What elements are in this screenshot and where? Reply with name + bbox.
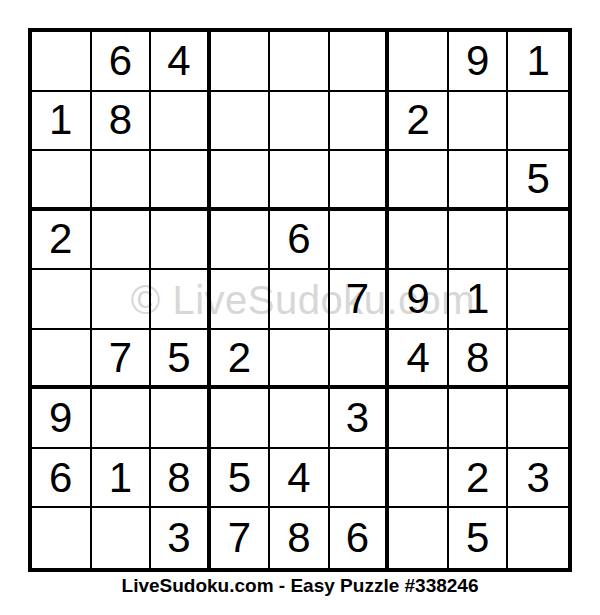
cell-r5c3[interactable]: [151, 270, 211, 330]
cell-r5c5[interactable]: [270, 270, 330, 330]
cell-r2c1[interactable]: 1: [32, 92, 92, 152]
cell-r8c6[interactable]: [330, 449, 390, 509]
cell-r9c3[interactable]: 3: [151, 508, 211, 568]
cell-r8c7[interactable]: [389, 449, 449, 509]
cell-r5c7[interactable]: 9: [389, 270, 449, 330]
cell-r1c6[interactable]: [330, 32, 390, 92]
cell-r9c4[interactable]: 7: [211, 508, 271, 568]
cell-r6c2[interactable]: 7: [92, 330, 152, 390]
cell-r3c8[interactable]: [449, 151, 509, 211]
cell-r1c9[interactable]: 1: [508, 32, 568, 92]
cell-r4c9[interactable]: [508, 211, 568, 271]
cell-r7c1[interactable]: 9: [32, 389, 92, 449]
cell-r8c5[interactable]: 4: [270, 449, 330, 509]
cell-r6c5[interactable]: [270, 330, 330, 390]
cell-r7c3[interactable]: [151, 389, 211, 449]
cell-r8c1[interactable]: 6: [32, 449, 92, 509]
cell-r8c2[interactable]: 1: [92, 449, 152, 509]
cell-r7c4[interactable]: [211, 389, 271, 449]
puzzle-caption: LiveSudoku.com - Easy Puzzle #338246: [0, 573, 600, 599]
cell-r4c5[interactable]: 6: [270, 211, 330, 271]
cell-r7c7[interactable]: [389, 389, 449, 449]
cell-r5c2[interactable]: [92, 270, 152, 330]
cell-r3c7[interactable]: [389, 151, 449, 211]
cell-r6c1[interactable]: [32, 330, 92, 390]
cell-r9c6[interactable]: 6: [330, 508, 390, 568]
cell-r1c3[interactable]: 4: [151, 32, 211, 92]
cell-r3c5[interactable]: [270, 151, 330, 211]
cell-r4c6[interactable]: [330, 211, 390, 271]
cell-r2c4[interactable]: [211, 92, 271, 152]
cell-r7c6[interactable]: 3: [330, 389, 390, 449]
cell-r9c9[interactable]: [508, 508, 568, 568]
cell-r5c1[interactable]: [32, 270, 92, 330]
cell-r2c5[interactable]: [270, 92, 330, 152]
cell-r5c8[interactable]: 1: [449, 270, 509, 330]
cell-r6c6[interactable]: [330, 330, 390, 390]
cell-r4c8[interactable]: [449, 211, 509, 271]
sudoku-grid: 64911825267917524893618542337865: [32, 32, 568, 568]
cell-r1c1[interactable]: [32, 32, 92, 92]
cell-r8c9[interactable]: 3: [508, 449, 568, 509]
cell-r4c4[interactable]: [211, 211, 271, 271]
cell-r4c3[interactable]: [151, 211, 211, 271]
cell-r1c7[interactable]: [389, 32, 449, 92]
cell-r2c2[interactable]: 8: [92, 92, 152, 152]
cell-r3c6[interactable]: [330, 151, 390, 211]
cell-r6c8[interactable]: 8: [449, 330, 509, 390]
cell-r2c6[interactable]: [330, 92, 390, 152]
cell-r4c2[interactable]: [92, 211, 152, 271]
cell-r7c5[interactable]: [270, 389, 330, 449]
cell-r2c9[interactable]: [508, 92, 568, 152]
cell-r5c9[interactable]: [508, 270, 568, 330]
cell-r6c7[interactable]: 4: [389, 330, 449, 390]
sudoku-page: © LiveSudoku.com 64911825267917524893618…: [0, 0, 600, 615]
cell-r3c2[interactable]: [92, 151, 152, 211]
cell-r3c4[interactable]: [211, 151, 271, 211]
cell-r5c6[interactable]: 7: [330, 270, 390, 330]
cell-r8c3[interactable]: 8: [151, 449, 211, 509]
cell-r7c9[interactable]: [508, 389, 568, 449]
cell-r2c8[interactable]: [449, 92, 509, 152]
cell-r9c5[interactable]: 8: [270, 508, 330, 568]
cell-r6c3[interactable]: 5: [151, 330, 211, 390]
cell-r1c2[interactable]: 6: [92, 32, 152, 92]
cell-r9c8[interactable]: 5: [449, 508, 509, 568]
cell-r3c9[interactable]: 5: [508, 151, 568, 211]
cell-r9c1[interactable]: [32, 508, 92, 568]
cell-r7c2[interactable]: [92, 389, 152, 449]
cell-r7c8[interactable]: [449, 389, 509, 449]
cell-r4c1[interactable]: 2: [32, 211, 92, 271]
cell-r8c8[interactable]: 2: [449, 449, 509, 509]
cell-r2c7[interactable]: 2: [389, 92, 449, 152]
cell-r9c2[interactable]: [92, 508, 152, 568]
sudoku-board: © LiveSudoku.com 64911825267917524893618…: [28, 28, 572, 572]
cell-r1c5[interactable]: [270, 32, 330, 92]
cell-r1c4[interactable]: [211, 32, 271, 92]
cell-r9c7[interactable]: [389, 508, 449, 568]
cell-r3c3[interactable]: [151, 151, 211, 211]
cell-r3c1[interactable]: [32, 151, 92, 211]
cell-r6c9[interactable]: [508, 330, 568, 390]
cell-r2c3[interactable]: [151, 92, 211, 152]
cell-r6c4[interactable]: 2: [211, 330, 271, 390]
cell-r1c8[interactable]: 9: [449, 32, 509, 92]
cell-r5c4[interactable]: [211, 270, 271, 330]
cell-r4c7[interactable]: [389, 211, 449, 271]
cell-r8c4[interactable]: 5: [211, 449, 271, 509]
